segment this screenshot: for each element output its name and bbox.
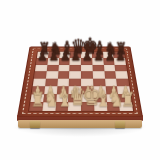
brass-hinge-right-icon: [115, 121, 125, 128]
piece-white-knight-b1[interactable]: ♞: [44, 89, 54, 110]
square-f6[interactable]: [92, 65, 104, 72]
square-g5[interactable]: [104, 71, 116, 78]
brass-hinge-left-icon: [30, 121, 40, 128]
square-e5[interactable]: [81, 71, 93, 78]
square-d7[interactable]: ♟: [70, 58, 81, 65]
chess-board: ♜♞♝♛♚♝♞♜♟♟♟♟♟♟♟♟♟♟♟♟♟♟♟♟♜♞♝♛♚♝♞♜: [17, 47, 143, 118]
square-c5[interactable]: [57, 71, 69, 78]
square-h7[interactable]: ♟: [114, 58, 126, 65]
piece-black-pawn-f7[interactable]: ♟: [93, 49, 102, 63]
piece-white-knight-g1[interactable]: ♞: [108, 89, 118, 110]
piece-black-pawn-b7[interactable]: ♟: [48, 49, 57, 63]
piece-white-queen-d1[interactable]: ♛: [69, 85, 79, 109]
square-b6[interactable]: [46, 65, 58, 72]
square-a5[interactable]: [34, 71, 47, 78]
chess-set-photo: ♜♞♝♛♚♝♞♜♟♟♟♟♟♟♟♟♟♟♟♟♟♟♟♟♜♞♝♛♚♝♞♜: [0, 0, 160, 160]
square-f5[interactable]: [92, 71, 104, 78]
square-b1[interactable]: ♞: [42, 102, 56, 111]
square-h5[interactable]: [115, 71, 128, 78]
square-h6[interactable]: [115, 65, 127, 72]
square-c7[interactable]: ♟: [58, 58, 69, 65]
piece-black-pawn-c7[interactable]: ♟: [60, 49, 69, 63]
square-a7[interactable]: ♟: [36, 58, 48, 65]
square-g6[interactable]: [103, 65, 115, 72]
piece-white-bishop-c1[interactable]: ♝: [57, 88, 67, 110]
piece-black-pawn-e7[interactable]: ♟: [82, 49, 91, 63]
piece-black-pawn-g7[interactable]: ♟: [104, 49, 113, 63]
square-d6[interactable]: [69, 65, 81, 72]
board-frame: ♜♞♝♛♚♝♞♜♟♟♟♟♟♟♟♟♟♟♟♟♟♟♟♟♜♞♝♛♚♝♞♜: [17, 47, 143, 118]
square-b7[interactable]: ♟: [47, 58, 59, 65]
board-grid: ♜♞♝♛♚♝♞♜♟♟♟♟♟♟♟♟♟♟♟♟♟♟♟♟♜♞♝♛♚♝♞♜: [28, 51, 134, 112]
piece-white-king-e1[interactable]: ♚: [82, 83, 92, 109]
square-e7[interactable]: ♟: [81, 58, 92, 65]
square-f1[interactable]: ♝: [94, 102, 107, 111]
square-g7[interactable]: ♟: [103, 58, 115, 65]
piece-white-bishop-f1[interactable]: ♝: [95, 88, 105, 110]
square-d1[interactable]: ♛: [68, 102, 81, 111]
square-g1[interactable]: ♞: [106, 102, 120, 111]
square-c6[interactable]: [58, 65, 70, 72]
piece-white-rook-a1[interactable]: ♜: [31, 90, 41, 110]
square-d5[interactable]: [69, 71, 81, 78]
square-f7[interactable]: ♟: [92, 58, 104, 65]
square-b5[interactable]: [46, 71, 58, 78]
square-c1[interactable]: ♝: [55, 102, 68, 111]
square-a1[interactable]: ♜: [29, 102, 43, 111]
square-a6[interactable]: [35, 65, 47, 72]
square-e1[interactable]: ♚: [81, 102, 94, 111]
square-e6[interactable]: [81, 65, 93, 72]
piece-white-rook-h1[interactable]: ♜: [121, 90, 131, 110]
piece-black-pawn-h7[interactable]: ♟: [116, 49, 125, 63]
square-h1[interactable]: ♜: [119, 102, 133, 111]
piece-black-pawn-d7[interactable]: ♟: [71, 49, 80, 63]
piece-black-pawn-a7[interactable]: ♟: [37, 49, 46, 63]
